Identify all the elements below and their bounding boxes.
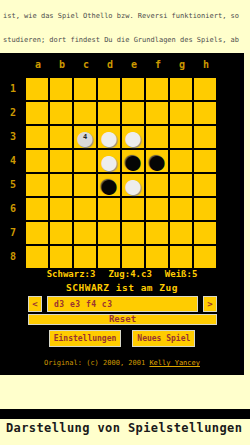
square-a4[interactable] xyxy=(26,150,48,172)
square-d1[interactable] xyxy=(98,78,120,100)
square-h5[interactable] xyxy=(194,174,216,196)
intro-line-2: studieren; dort findest Du die Grundlage… xyxy=(3,36,250,44)
square-h7[interactable] xyxy=(194,222,216,244)
section-divider xyxy=(0,409,250,419)
status-line: Schwarz:3 Zug:4.c3 Weiß:5 xyxy=(0,269,244,279)
section-heading: Darstellung von Spielstellungen xyxy=(6,421,250,435)
white-disc: ● xyxy=(125,125,140,150)
square-e6[interactable] xyxy=(122,198,144,220)
white-disc: ● xyxy=(77,125,92,150)
file-label-e: e xyxy=(122,57,146,73)
square-b8[interactable] xyxy=(50,246,72,268)
square-c1[interactable] xyxy=(74,78,96,100)
square-g6[interactable] xyxy=(170,198,192,220)
square-g1[interactable] xyxy=(170,78,192,100)
square-e2[interactable] xyxy=(122,102,144,124)
prev-move-button[interactable]: < xyxy=(28,296,42,312)
square-f2[interactable] xyxy=(146,102,168,124)
black-disc: ● xyxy=(125,149,140,174)
file-label-h: h xyxy=(194,57,218,73)
square-g7[interactable] xyxy=(170,222,192,244)
square-a6[interactable] xyxy=(26,198,48,220)
white-disc: ● xyxy=(101,125,116,150)
square-g2[interactable] xyxy=(170,102,192,124)
white-disc: ● xyxy=(101,149,116,174)
file-label-b: b xyxy=(50,57,74,73)
square-h3[interactable] xyxy=(194,126,216,148)
square-d7[interactable] xyxy=(98,222,120,244)
turn-message: SCHWARZ ist am Zug xyxy=(0,282,244,293)
black-disc: ● xyxy=(101,173,116,198)
square-e3[interactable]: ● xyxy=(122,126,144,148)
square-d6[interactable] xyxy=(98,198,120,220)
rank-label-3: 3 xyxy=(0,126,26,148)
square-c6[interactable] xyxy=(74,198,96,220)
black-disc: ● xyxy=(149,149,164,174)
square-b6[interactable] xyxy=(50,198,72,220)
square-g8[interactable] xyxy=(170,246,192,268)
intro-line-1: ist, wie das Spiel Othello bzw. Reversi … xyxy=(3,12,250,20)
copyright-line: Original: (c) 2000, 2001 Kelly Yancey xyxy=(0,359,244,367)
square-e8[interactable] xyxy=(122,246,144,268)
square-b3[interactable] xyxy=(50,126,72,148)
copyright-text: Original: (c) 2000, 2001 xyxy=(44,359,149,367)
square-e4[interactable]: ● xyxy=(122,150,144,172)
square-g4[interactable] xyxy=(170,150,192,172)
file-labels: abcdefgh xyxy=(26,57,218,73)
action-buttons: Einstellungen Neues Spiel xyxy=(0,330,244,347)
square-f4[interactable]: ● xyxy=(146,150,168,172)
move-navigation: < > xyxy=(28,296,217,312)
last-move-number: 4 xyxy=(74,126,96,148)
new-game-button[interactable]: Neues Spiel xyxy=(132,330,195,347)
square-h4[interactable] xyxy=(194,150,216,172)
moves-input[interactable] xyxy=(47,296,198,312)
rank-label-2: 2 xyxy=(0,102,26,124)
settings-button[interactable]: Einstellungen xyxy=(49,330,122,347)
square-f1[interactable] xyxy=(146,78,168,100)
square-d2[interactable] xyxy=(98,102,120,124)
square-h1[interactable] xyxy=(194,78,216,100)
file-label-f: f xyxy=(146,57,170,73)
othello-board: ●4●●●●●●● xyxy=(26,78,216,268)
square-g5[interactable] xyxy=(170,174,192,196)
rank-label-8: 8 xyxy=(0,246,26,268)
square-c3[interactable]: ●4 xyxy=(74,126,96,148)
next-move-button[interactable]: > xyxy=(203,296,217,312)
square-a5[interactable] xyxy=(26,174,48,196)
square-b1[interactable] xyxy=(50,78,72,100)
square-c5[interactable] xyxy=(74,174,96,196)
square-h6[interactable] xyxy=(194,198,216,220)
square-a7[interactable] xyxy=(26,222,48,244)
square-f6[interactable] xyxy=(146,198,168,220)
file-label-c: c xyxy=(74,57,98,73)
white-score: Weiß:5 xyxy=(165,269,198,279)
square-a1[interactable] xyxy=(26,78,48,100)
reset-button[interactable]: Reset xyxy=(28,314,217,325)
square-e7[interactable] xyxy=(122,222,144,244)
square-c4[interactable] xyxy=(74,150,96,172)
othello-applet: abcdefgh 12345678 ●4●●●●●●● Schwarz:3 Zu… xyxy=(0,53,244,375)
black-score: Schwarz:3 xyxy=(47,269,96,279)
square-h8[interactable] xyxy=(194,246,216,268)
square-e5[interactable]: ● xyxy=(122,174,144,196)
square-d3[interactable]: ● xyxy=(98,126,120,148)
square-d8[interactable] xyxy=(98,246,120,268)
square-b2[interactable] xyxy=(50,102,72,124)
square-a3[interactable] xyxy=(26,126,48,148)
move-indicator: Zug:4.c3 xyxy=(108,269,151,279)
file-label-g: g xyxy=(170,57,194,73)
square-c2[interactable] xyxy=(74,102,96,124)
square-f5[interactable] xyxy=(146,174,168,196)
square-a8[interactable] xyxy=(26,246,48,268)
square-h2[interactable] xyxy=(194,102,216,124)
white-disc: ● xyxy=(125,173,140,198)
square-g3[interactable] xyxy=(170,126,192,148)
rank-labels: 12345678 xyxy=(0,78,26,270)
square-f3[interactable] xyxy=(146,126,168,148)
kelly-yancey-link[interactable]: Kelly Yancey xyxy=(149,359,200,367)
file-label-a: a xyxy=(26,57,50,73)
rank-label-4: 4 xyxy=(0,150,26,172)
square-f8[interactable] xyxy=(146,246,168,268)
rank-label-6: 6 xyxy=(0,198,26,220)
rank-label-1: 1 xyxy=(0,78,26,100)
rank-label-5: 5 xyxy=(0,174,26,196)
square-b4[interactable] xyxy=(50,150,72,172)
square-c7[interactable] xyxy=(74,222,96,244)
file-label-d: d xyxy=(98,57,122,73)
square-d5[interactable]: ● xyxy=(98,174,120,196)
square-b5[interactable] xyxy=(50,174,72,196)
square-c8[interactable] xyxy=(74,246,96,268)
square-b7[interactable] xyxy=(50,222,72,244)
square-a2[interactable] xyxy=(26,102,48,124)
square-f7[interactable] xyxy=(146,222,168,244)
square-e1[interactable] xyxy=(122,78,144,100)
rank-label-7: 7 xyxy=(0,222,26,244)
square-d4[interactable]: ● xyxy=(98,150,120,172)
